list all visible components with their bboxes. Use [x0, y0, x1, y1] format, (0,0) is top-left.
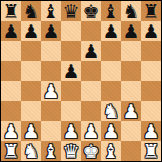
- white-rook[interactable]: ♜: [2, 141, 19, 161]
- square-f4[interactable]: [101, 81, 121, 101]
- square-b8[interactable]: ♞: [21, 1, 41, 21]
- square-d4[interactable]: [61, 81, 81, 101]
- black-bishop[interactable]: ♝: [42, 1, 59, 21]
- square-h2[interactable]: ♟: [141, 121, 161, 141]
- square-d1[interactable]: ♛: [61, 141, 81, 161]
- square-e7[interactable]: [81, 21, 101, 41]
- square-a4[interactable]: [1, 81, 21, 101]
- square-c6[interactable]: [41, 41, 61, 61]
- square-b3[interactable]: [21, 101, 41, 121]
- square-h8[interactable]: ♜: [141, 1, 161, 21]
- white-knight[interactable]: ♞: [22, 141, 39, 161]
- white-pawn[interactable]: ♟: [22, 121, 39, 141]
- square-a5[interactable]: [1, 61, 21, 81]
- square-e1[interactable]: ♚: [81, 141, 101, 161]
- square-a8[interactable]: ♜: [1, 1, 21, 21]
- white-pawn[interactable]: ♟: [82, 121, 99, 141]
- white-king[interactable]: ♚: [82, 141, 99, 161]
- white-pawn[interactable]: ♟: [62, 121, 79, 141]
- square-f3[interactable]: ♞: [101, 101, 121, 121]
- square-d2[interactable]: ♟: [61, 121, 81, 141]
- square-g6[interactable]: [121, 41, 141, 61]
- black-pawn[interactable]: ♟: [82, 41, 99, 61]
- square-b5[interactable]: [21, 61, 41, 81]
- square-a6[interactable]: [1, 41, 21, 61]
- square-f5[interactable]: [101, 61, 121, 81]
- white-pawn[interactable]: ♟: [42, 81, 59, 101]
- black-pawn[interactable]: ♟: [22, 21, 39, 41]
- black-rook[interactable]: ♜: [2, 1, 19, 21]
- black-knight[interactable]: ♞: [22, 1, 39, 21]
- black-queen[interactable]: ♛: [62, 1, 79, 21]
- square-c4[interactable]: ♟: [41, 81, 61, 101]
- square-h3[interactable]: [141, 101, 161, 121]
- square-a2[interactable]: ♟: [1, 121, 21, 141]
- square-c2[interactable]: [41, 121, 61, 141]
- square-g2[interactable]: [121, 121, 141, 141]
- square-f6[interactable]: [101, 41, 121, 61]
- square-d5[interactable]: ♟: [61, 61, 81, 81]
- square-f7[interactable]: ♟: [101, 21, 121, 41]
- black-pawn[interactable]: ♟: [122, 21, 139, 41]
- square-e8[interactable]: ♚: [81, 1, 101, 21]
- square-d7[interactable]: [61, 21, 81, 41]
- square-a7[interactable]: ♟: [1, 21, 21, 41]
- square-e6[interactable]: ♟: [81, 41, 101, 61]
- square-g1[interactable]: [121, 141, 141, 161]
- square-f8[interactable]: ♝: [101, 1, 121, 21]
- white-bishop[interactable]: ♝: [102, 141, 119, 161]
- white-bishop[interactable]: ♝: [42, 141, 59, 161]
- square-d8[interactable]: ♛: [61, 1, 81, 21]
- square-c5[interactable]: [41, 61, 61, 81]
- square-g7[interactable]: ♟: [121, 21, 141, 41]
- square-e3[interactable]: [81, 101, 101, 121]
- white-rook[interactable]: ♜: [142, 141, 159, 161]
- chess-board: ♜♞♝♛♚♝♞♜♟♟♟♟♟♟♟♟♟♞♟♟♟♟♟♟♟♜♞♝♛♚♝♜: [1, 1, 161, 161]
- black-knight[interactable]: ♞: [122, 1, 139, 21]
- square-g5[interactable]: [121, 61, 141, 81]
- black-rook[interactable]: ♜: [142, 1, 159, 21]
- square-e5[interactable]: [81, 61, 101, 81]
- white-pawn[interactable]: ♟: [142, 121, 159, 141]
- square-b6[interactable]: [21, 41, 41, 61]
- white-knight[interactable]: ♞: [102, 101, 119, 121]
- square-h5[interactable]: [141, 61, 161, 81]
- square-f1[interactable]: ♝: [101, 141, 121, 161]
- black-pawn[interactable]: ♟: [142, 21, 159, 41]
- square-c7[interactable]: ♟: [41, 21, 61, 41]
- chess-board-frame: ♜♞♝♛♚♝♞♜♟♟♟♟♟♟♟♟♟♞♟♟♟♟♟♟♟♜♞♝♛♚♝♜: [0, 0, 162, 162]
- square-g8[interactable]: ♞: [121, 1, 141, 21]
- square-d6[interactable]: [61, 41, 81, 61]
- black-pawn[interactable]: ♟: [102, 21, 119, 41]
- square-e4[interactable]: [81, 81, 101, 101]
- square-c1[interactable]: ♝: [41, 141, 61, 161]
- square-h6[interactable]: [141, 41, 161, 61]
- square-b7[interactable]: ♟: [21, 21, 41, 41]
- white-queen[interactable]: ♛: [62, 141, 79, 161]
- square-h4[interactable]: [141, 81, 161, 101]
- white-pawn[interactable]: ♟: [2, 121, 19, 141]
- white-pawn[interactable]: ♟: [102, 121, 119, 141]
- square-a1[interactable]: ♜: [1, 141, 21, 161]
- square-c8[interactable]: ♝: [41, 1, 61, 21]
- black-pawn[interactable]: ♟: [62, 61, 79, 81]
- square-g4[interactable]: [121, 81, 141, 101]
- square-h7[interactable]: ♟: [141, 21, 161, 41]
- square-b4[interactable]: [21, 81, 41, 101]
- black-king[interactable]: ♚: [82, 1, 99, 21]
- white-pawn[interactable]: ♟: [122, 101, 139, 121]
- square-g3[interactable]: ♟: [121, 101, 141, 121]
- black-bishop[interactable]: ♝: [102, 1, 119, 21]
- black-pawn[interactable]: ♟: [2, 21, 19, 41]
- square-h1[interactable]: ♜: [141, 141, 161, 161]
- black-pawn[interactable]: ♟: [42, 21, 59, 41]
- square-f2[interactable]: ♟: [101, 121, 121, 141]
- square-d3[interactable]: [61, 101, 81, 121]
- square-e2[interactable]: ♟: [81, 121, 101, 141]
- square-b2[interactable]: ♟: [21, 121, 41, 141]
- square-c3[interactable]: [41, 101, 61, 121]
- square-b1[interactable]: ♞: [21, 141, 41, 161]
- square-a3[interactable]: [1, 101, 21, 121]
